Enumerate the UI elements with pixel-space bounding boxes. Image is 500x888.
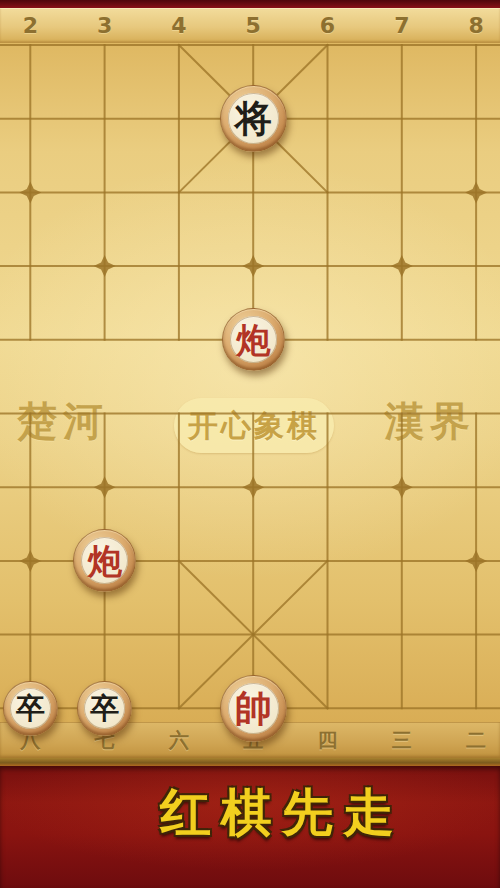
piece-face: 帥 [228, 683, 279, 734]
red-general[interactable]: 帥 [220, 675, 287, 742]
piece-glyph: 帥 [235, 690, 272, 727]
top-file-label: 6 [320, 15, 335, 37]
black-soldier[interactable]: 卒 [3, 681, 58, 736]
bottom-file-label: 六 [169, 730, 189, 750]
piece-face: 炮 [230, 316, 277, 363]
piece-face: 卒 [10, 688, 51, 729]
red-cannon[interactable]: 炮 [73, 529, 136, 592]
piece-face: 炮 [81, 537, 128, 584]
top-file-label: 7 [394, 15, 409, 37]
board-bottom-edge [0, 758, 500, 766]
red-cannon[interactable]: 炮 [222, 308, 285, 371]
piece-glyph: 将 [235, 100, 272, 137]
bottom-file-label: 二 [466, 730, 486, 750]
black-general[interactable]: 将 [220, 85, 287, 152]
top-file-label: 5 [246, 15, 261, 37]
top-file-label: 2 [23, 15, 38, 37]
black-soldier[interactable]: 卒 [77, 681, 132, 736]
piece-glyph: 炮 [236, 323, 270, 357]
piece-glyph: 卒 [16, 694, 45, 723]
piece-face: 将 [228, 93, 279, 144]
top-file-label: 4 [171, 15, 186, 37]
bottom-file-label: 三 [392, 730, 412, 750]
top-red-bar [0, 0, 500, 8]
river-label-hanjie: 漢界 [384, 401, 476, 441]
bottom-file-label: 四 [318, 730, 338, 750]
top-file-label: 3 [97, 15, 112, 37]
app-watermark: 开心象棋 [174, 398, 334, 453]
piece-glyph: 炮 [88, 544, 122, 578]
turn-banner: 红棋先走 [0, 766, 500, 888]
top-coordinates-strip: 123456789 [0, 8, 500, 43]
xiangqi-app-screen: { "game": "xiangqi", "app": { "banner_te… [0, 0, 500, 888]
top-file-label: 8 [468, 15, 483, 37]
app-watermark-text: 开心象棋 [188, 411, 320, 441]
piece-glyph: 卒 [90, 694, 119, 723]
river-label-chuhe: 楚河 [17, 401, 109, 441]
turn-banner-text: 红棋先走 [0, 786, 500, 840]
piece-face: 卒 [84, 688, 125, 729]
